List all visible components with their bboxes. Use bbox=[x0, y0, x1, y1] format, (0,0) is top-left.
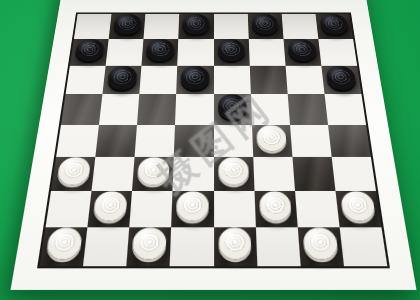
photo-scene: 摄图网 bbox=[0, 0, 420, 300]
white-piece[interactable] bbox=[259, 191, 293, 221]
square-r8-c8 bbox=[339, 227, 387, 266]
square-r1-c3 bbox=[144, 14, 180, 39]
black-piece[interactable] bbox=[287, 39, 317, 61]
square-r5-c5 bbox=[214, 125, 253, 157]
square-r4-c4 bbox=[175, 94, 213, 124]
square-r3-c7 bbox=[285, 66, 324, 94]
square-r5-c8[interactable] bbox=[328, 125, 371, 157]
square-r3-c3 bbox=[140, 66, 178, 94]
square-r7-c4[interactable] bbox=[172, 191, 214, 227]
white-piece[interactable] bbox=[256, 125, 288, 151]
square-r7-c6[interactable] bbox=[254, 191, 297, 227]
black-piece[interactable] bbox=[183, 14, 210, 35]
square-r2-c3[interactable] bbox=[142, 39, 179, 66]
square-r5-c1 bbox=[56, 125, 99, 157]
white-piece[interactable] bbox=[176, 191, 209, 221]
square-r6-c6 bbox=[253, 157, 295, 191]
square-r6-c4 bbox=[173, 157, 214, 191]
black-piece[interactable] bbox=[107, 66, 138, 89]
black-piece[interactable] bbox=[325, 66, 356, 89]
white-piece[interactable] bbox=[132, 227, 167, 259]
square-r1-c2[interactable] bbox=[109, 14, 146, 39]
square-r2-c5[interactable] bbox=[214, 39, 250, 66]
square-r6-c7[interactable] bbox=[292, 157, 335, 191]
square-r5-c4[interactable] bbox=[174, 125, 213, 157]
board-sheet bbox=[10, 0, 416, 290]
black-piece[interactable] bbox=[218, 95, 248, 120]
square-r2-c8 bbox=[318, 39, 357, 66]
square-r4-c5[interactable] bbox=[214, 94, 252, 124]
square-r8-c5[interactable] bbox=[214, 227, 257, 266]
black-piece[interactable] bbox=[74, 39, 104, 61]
square-r4-c7[interactable] bbox=[287, 94, 327, 124]
square-r5-c3 bbox=[135, 125, 176, 157]
white-piece[interactable] bbox=[93, 191, 128, 221]
white-piece[interactable] bbox=[218, 227, 252, 259]
white-piece[interactable] bbox=[302, 227, 338, 259]
square-r3-c1 bbox=[66, 66, 106, 94]
square-r5-c7 bbox=[290, 125, 332, 157]
square-r5-c6[interactable] bbox=[252, 125, 293, 157]
square-r3-c2[interactable] bbox=[103, 66, 142, 94]
white-piece[interactable] bbox=[56, 157, 91, 185]
white-piece[interactable] bbox=[218, 157, 250, 185]
square-r4-c2 bbox=[99, 94, 139, 124]
square-r1-c5 bbox=[214, 14, 249, 39]
square-r2-c6 bbox=[248, 39, 285, 66]
square-r7-c2[interactable] bbox=[88, 191, 133, 227]
square-r3-c6[interactable] bbox=[249, 66, 287, 94]
square-r8-c3[interactable] bbox=[127, 227, 172, 266]
square-r2-c7[interactable] bbox=[283, 39, 321, 66]
white-piece[interactable] bbox=[137, 157, 170, 185]
black-piece[interactable] bbox=[251, 14, 279, 35]
square-r6-c5[interactable] bbox=[214, 157, 255, 191]
white-piece[interactable] bbox=[45, 227, 82, 259]
square-r3-c5 bbox=[214, 66, 251, 94]
square-r7-c3 bbox=[130, 191, 173, 227]
square-r7-c1 bbox=[46, 191, 92, 227]
black-piece[interactable] bbox=[319, 14, 349, 35]
square-r2-c4 bbox=[178, 39, 214, 66]
square-r3-c8[interactable] bbox=[321, 66, 361, 94]
square-r7-c5 bbox=[214, 191, 256, 227]
square-r6-c2 bbox=[92, 157, 135, 191]
white-piece[interactable] bbox=[340, 191, 376, 221]
square-r8-c2 bbox=[83, 227, 129, 266]
square-r4-c6 bbox=[250, 94, 289, 124]
square-r4-c8 bbox=[324, 94, 366, 124]
square-r8-c7[interactable] bbox=[297, 227, 343, 266]
square-r1-c6[interactable] bbox=[247, 14, 283, 39]
black-piece[interactable] bbox=[181, 66, 210, 89]
square-r1-c7 bbox=[281, 14, 318, 39]
square-r1-c4[interactable] bbox=[179, 14, 214, 39]
square-r4-c1[interactable] bbox=[61, 94, 103, 124]
square-r6-c3[interactable] bbox=[132, 157, 174, 191]
square-r1-c8[interactable] bbox=[315, 14, 353, 39]
black-piece[interactable] bbox=[217, 39, 245, 61]
square-r6-c1[interactable] bbox=[51, 157, 95, 191]
square-r4-c3[interactable] bbox=[137, 94, 176, 124]
square-r2-c2 bbox=[106, 39, 144, 66]
square-r7-c8[interactable] bbox=[335, 191, 381, 227]
square-r6-c8 bbox=[331, 157, 375, 191]
black-piece[interactable] bbox=[113, 14, 142, 35]
square-r5-c2[interactable] bbox=[96, 125, 138, 157]
square-r3-c4[interactable] bbox=[177, 66, 214, 94]
square-r7-c7 bbox=[295, 191, 340, 227]
playing-field bbox=[37, 12, 390, 268]
square-r1-c1 bbox=[74, 14, 112, 39]
square-r8-c6 bbox=[255, 227, 300, 266]
black-piece[interactable] bbox=[146, 39, 175, 61]
square-r8-c1[interactable] bbox=[40, 227, 88, 266]
square-r2-c1[interactable] bbox=[70, 39, 109, 66]
square-r8-c4 bbox=[170, 227, 213, 266]
